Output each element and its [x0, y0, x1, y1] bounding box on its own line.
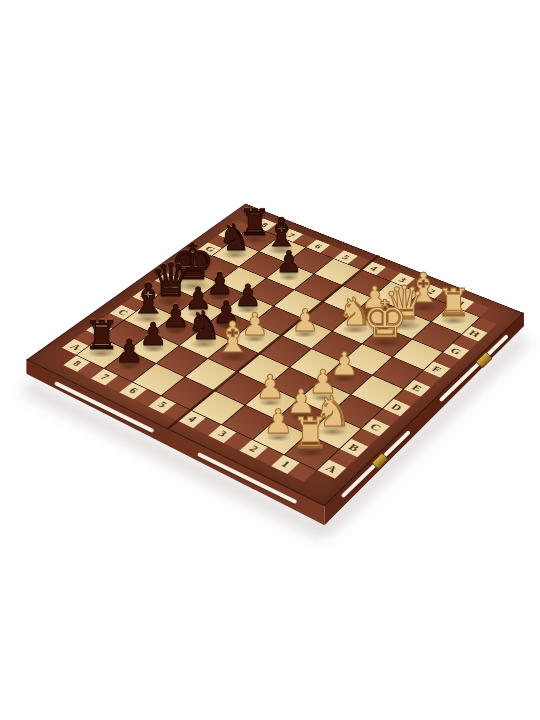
- black-knight: ♞: [218, 220, 251, 256]
- black-rook: ♜: [84, 316, 119, 356]
- black-pawn: ♟: [276, 249, 302, 278]
- white-pawn: ♟: [291, 305, 319, 336]
- black-pawn: ♟: [115, 336, 143, 368]
- white-pawn: ♟: [263, 405, 293, 439]
- white-pawn: ♟: [255, 371, 284, 404]
- chess-set-photo: 87654321 87654321 ABCDEFGH ABCDEFGH ♜♝♛♚…: [0, 0, 540, 720]
- white-king: ♚: [362, 293, 408, 344]
- white-rook: ♜: [436, 284, 470, 322]
- pieces-layer: ♜♝♛♚♞♜♟♟♟♟♟♝♞♟♟♟♝♟♟♟♞♟♟♟♟♟♚♛♝♜♞♜: [0, 0, 540, 720]
- white-rook: ♜: [291, 411, 329, 454]
- white-bishop: ♝: [214, 316, 252, 359]
